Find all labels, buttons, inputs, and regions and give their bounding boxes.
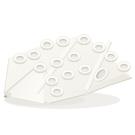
stud-13	[61, 69, 74, 80]
stud-3	[40, 39, 53, 50]
stud-7	[104, 51, 117, 62]
front-nub	[85, 92, 89, 95]
stud-8	[117, 61, 130, 72]
stud-10	[50, 57, 63, 68]
stud-11	[67, 51, 80, 62]
stud-12	[45, 75, 58, 86]
stud-4	[56, 36, 69, 47]
stud-6	[92, 42, 105, 53]
lego-piece-photo	[0, 0, 135, 135]
dark-spot	[4, 95, 7, 98]
stud-1	[13, 53, 26, 64]
stud-15	[50, 86, 63, 97]
stud-9	[33, 62, 46, 73]
stud-14	[78, 64, 91, 75]
stud-5	[77, 34, 90, 45]
stud-2	[27, 49, 40, 60]
photo-frame	[0, 0, 135, 135]
